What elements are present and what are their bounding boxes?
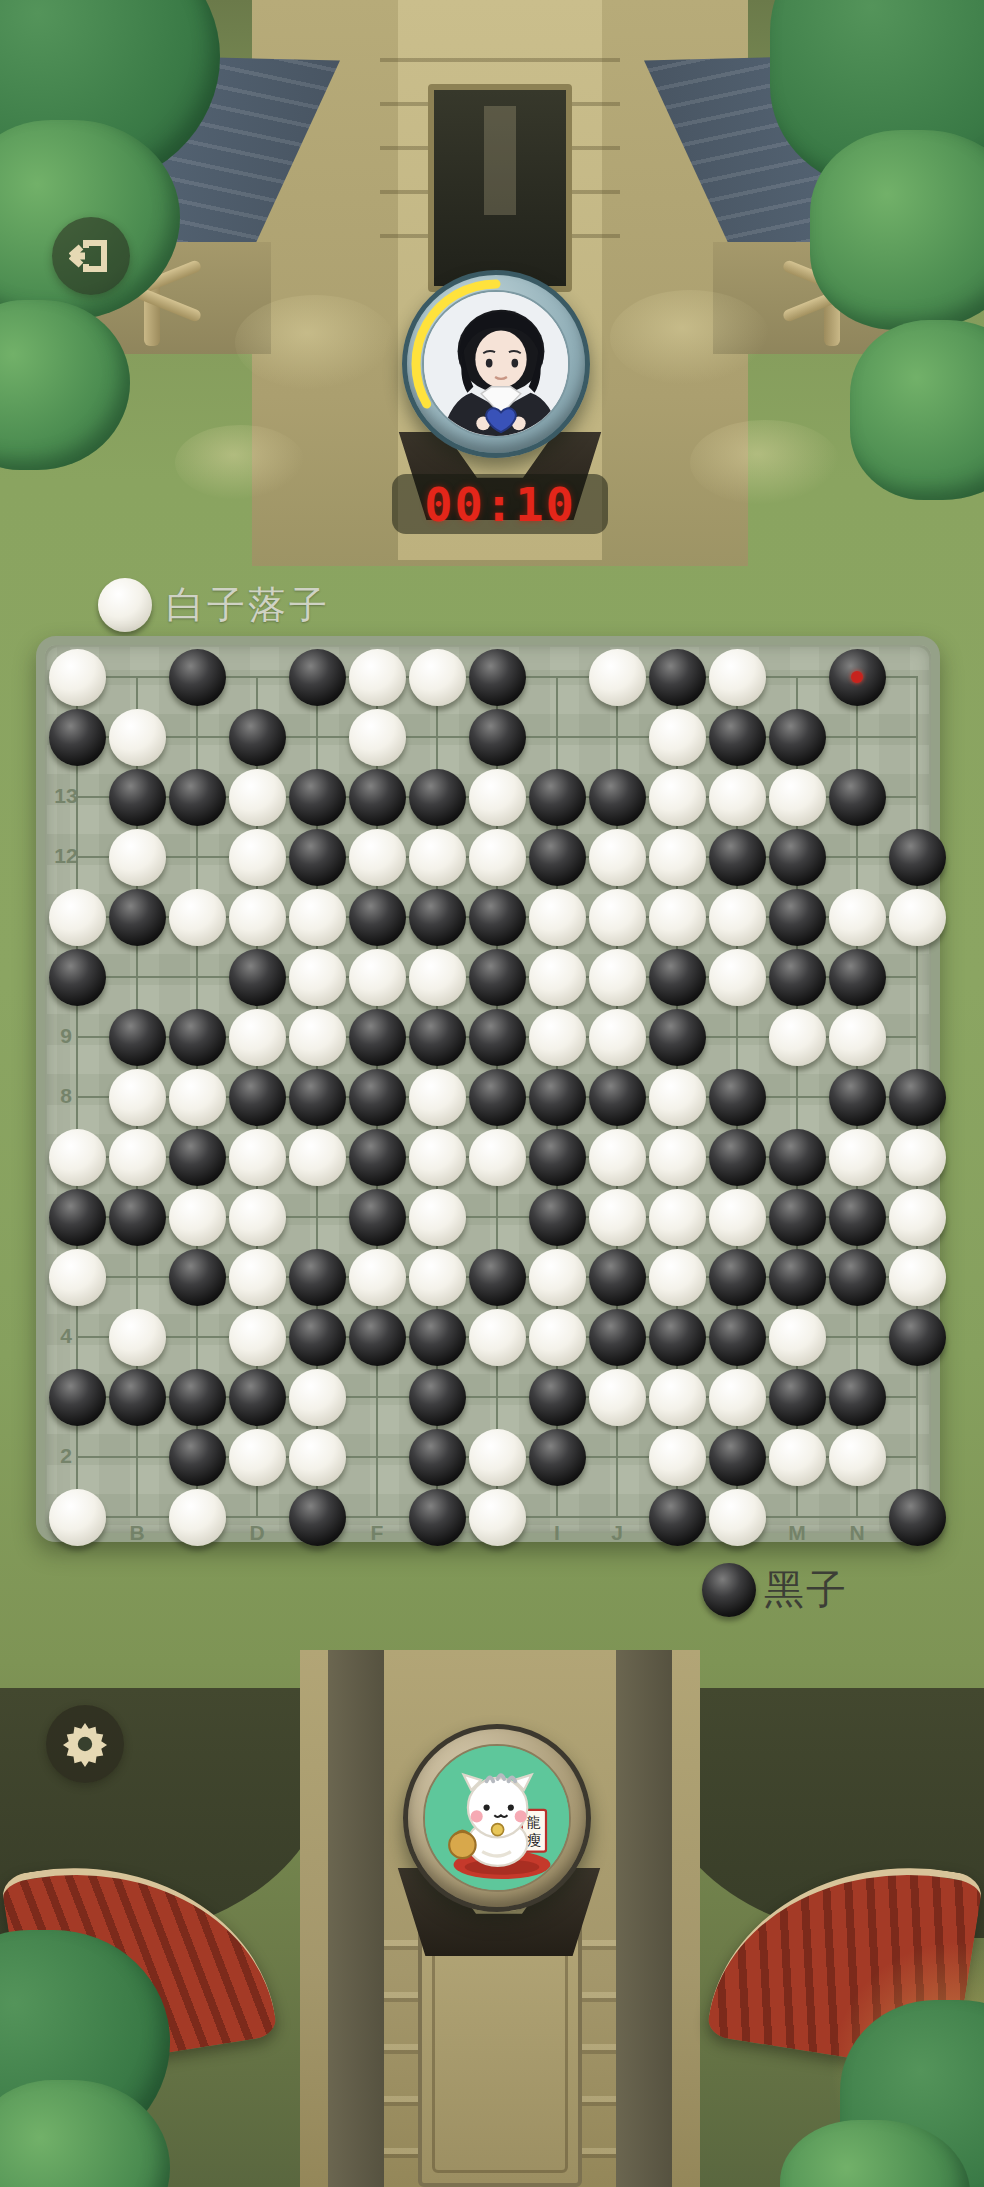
settings-button[interactable] <box>46 1705 124 1783</box>
stone-white <box>469 769 526 826</box>
stone-black <box>529 769 586 826</box>
stone-white <box>649 1129 706 1186</box>
stone-white <box>529 1309 586 1366</box>
stone-white <box>289 1369 346 1426</box>
stone-white <box>469 1489 526 1546</box>
stone-black <box>289 1249 346 1306</box>
stone-black <box>649 1309 706 1366</box>
stone-white <box>709 1369 766 1426</box>
stone-black <box>469 709 526 766</box>
stone-black <box>409 769 466 826</box>
stone-white <box>289 889 346 946</box>
stone-white <box>589 649 646 706</box>
stone-black <box>109 769 166 826</box>
stone-white <box>409 1189 466 1246</box>
stone-white <box>169 1489 226 1546</box>
stone-black <box>409 889 466 946</box>
stone-white <box>649 829 706 886</box>
stone-white <box>589 1009 646 1066</box>
stone-white <box>109 1309 166 1366</box>
stone-black <box>769 889 826 946</box>
white-stone-icon <box>98 578 152 632</box>
stone-white <box>769 1309 826 1366</box>
stone-white <box>229 1189 286 1246</box>
stone-black <box>709 1129 766 1186</box>
stone-black <box>829 649 886 706</box>
stone-white <box>649 889 706 946</box>
stone-white <box>589 1369 646 1426</box>
avatar-sign-text: 龍瘦 <box>527 1814 541 1848</box>
opponent-avatar <box>402 270 590 458</box>
stone-black <box>769 949 826 1006</box>
stone-white <box>229 1309 286 1366</box>
stone-black <box>709 709 766 766</box>
stone-white <box>49 889 106 946</box>
stone-black <box>409 1009 466 1066</box>
stone-white <box>289 1129 346 1186</box>
stone-white <box>769 769 826 826</box>
stone-black <box>649 1009 706 1066</box>
stone-white <box>469 829 526 886</box>
stone-white <box>769 1009 826 1066</box>
stone-black <box>829 1249 886 1306</box>
stone-black <box>709 1069 766 1126</box>
stone-black <box>649 949 706 1006</box>
stone-white <box>469 1129 526 1186</box>
stone-black <box>829 1369 886 1426</box>
stone-white <box>829 1129 886 1186</box>
stone-white <box>349 949 406 1006</box>
stone-white <box>649 1369 706 1426</box>
stone-black <box>289 769 346 826</box>
stone-black <box>889 829 946 886</box>
stone-black <box>529 829 586 886</box>
stone-slab <box>235 295 395 390</box>
pillar-right <box>616 1650 672 2187</box>
stone-black <box>349 1189 406 1246</box>
stone-black <box>349 1069 406 1126</box>
stone-white <box>829 1429 886 1486</box>
stone-black <box>229 949 286 1006</box>
stone-white <box>529 1009 586 1066</box>
stone-black <box>709 1429 766 1486</box>
stone-black <box>289 1069 346 1126</box>
stone-black <box>169 1249 226 1306</box>
stone-white <box>409 1249 466 1306</box>
stone-black <box>229 709 286 766</box>
stone-black <box>49 1369 106 1426</box>
stone-white <box>829 1009 886 1066</box>
stone-black <box>409 1369 466 1426</box>
stone-black <box>889 1069 946 1126</box>
stone-white <box>469 1429 526 1486</box>
stone-white <box>649 1189 706 1246</box>
stone-white <box>889 1249 946 1306</box>
stone-black <box>529 1369 586 1426</box>
stone-black <box>349 1129 406 1186</box>
stone-white <box>349 1249 406 1306</box>
stone-black <box>229 1369 286 1426</box>
stone-black <box>769 1369 826 1426</box>
stone-white <box>589 829 646 886</box>
stone-black <box>589 1309 646 1366</box>
stone-black <box>169 1009 226 1066</box>
stone-black <box>469 649 526 706</box>
stone-black <box>529 1129 586 1186</box>
stone-black <box>889 1489 946 1546</box>
stone-white <box>589 889 646 946</box>
stone-white <box>529 949 586 1006</box>
stone-black <box>349 769 406 826</box>
temple-door <box>428 84 572 292</box>
stone-white <box>469 1309 526 1366</box>
player-avatar: 龍瘦 <box>403 1724 591 1912</box>
stone-black <box>169 649 226 706</box>
stones-layer <box>45 645 931 1533</box>
foliage <box>810 130 984 330</box>
stone-white <box>169 889 226 946</box>
stone-black <box>289 1489 346 1546</box>
stone-white <box>229 829 286 886</box>
stone-black <box>709 1249 766 1306</box>
pillar-left <box>328 1650 384 2187</box>
stone-white <box>349 649 406 706</box>
stone-white <box>229 769 286 826</box>
stone-slab <box>690 420 840 505</box>
stone-white <box>229 1009 286 1066</box>
stone-black <box>529 1189 586 1246</box>
stone-white <box>529 1249 586 1306</box>
stone-white <box>109 1129 166 1186</box>
gomoku-board[interactable]: 151413121110987654321 ABCDEFGHIJKLMNO <box>36 636 940 1542</box>
black-stone-icon <box>702 1563 756 1617</box>
game-screen: 00:10 白子落子 151413121110987654321 ABCDEFG… <box>0 0 984 2187</box>
stone-white <box>649 1069 706 1126</box>
stone-white <box>349 829 406 886</box>
stone-white <box>409 1069 466 1126</box>
stone-white <box>49 649 106 706</box>
stone-white <box>409 649 466 706</box>
stone-white <box>529 889 586 946</box>
stone-black <box>409 1429 466 1486</box>
stone-black <box>469 889 526 946</box>
gear-icon <box>62 1721 108 1767</box>
stone-slab <box>175 425 305 500</box>
stone-white <box>709 949 766 1006</box>
stone-black <box>289 829 346 886</box>
stone-black <box>469 949 526 1006</box>
stone-black <box>889 1309 946 1366</box>
stone-white <box>649 709 706 766</box>
stone-white <box>709 649 766 706</box>
stone-white <box>109 1069 166 1126</box>
stone-white <box>889 889 946 946</box>
stone-black <box>49 1189 106 1246</box>
stone-white <box>409 949 466 1006</box>
stone-white <box>49 1249 106 1306</box>
stone-white <box>709 769 766 826</box>
back-exit-icon <box>69 236 113 276</box>
stone-black <box>169 1369 226 1426</box>
stone-black <box>169 1129 226 1186</box>
black-stone-label: 黑子 <box>702 1562 848 1617</box>
stone-black <box>109 1009 166 1066</box>
stone-black <box>649 1489 706 1546</box>
stone-white <box>649 769 706 826</box>
black-stone-label-text: 黑子 <box>764 1562 848 1617</box>
stone-white <box>409 1129 466 1186</box>
stone-white <box>889 1189 946 1246</box>
foliage <box>850 320 984 500</box>
stone-black <box>769 829 826 886</box>
stone-white <box>589 949 646 1006</box>
stone-white <box>409 829 466 886</box>
stone-white <box>289 1009 346 1066</box>
stone-black <box>109 1189 166 1246</box>
stone-white <box>169 1189 226 1246</box>
stone-white <box>289 949 346 1006</box>
stone-black <box>709 829 766 886</box>
stone-black <box>229 1069 286 1126</box>
stone-black <box>409 1489 466 1546</box>
player-portrait: 龍瘦 <box>423 1744 571 1892</box>
stone-white <box>169 1069 226 1126</box>
stone-black <box>829 1069 886 1126</box>
opponent-timer: 00:10 <box>392 474 608 534</box>
stone-black <box>769 1249 826 1306</box>
stone-black <box>589 1069 646 1126</box>
stone-black <box>829 949 886 1006</box>
stone-white <box>229 1249 286 1306</box>
stone-black <box>49 709 106 766</box>
stone-black <box>109 1369 166 1426</box>
stone-black <box>469 1249 526 1306</box>
stone-black <box>589 769 646 826</box>
stone-black <box>49 949 106 1006</box>
stone-black <box>829 1189 886 1246</box>
turn-indicator-text: 白子落子 <box>166 580 330 631</box>
stone-white <box>49 1129 106 1186</box>
stone-black <box>589 1249 646 1306</box>
timer-value: 00:10 <box>424 477 575 532</box>
last-move-marker <box>851 671 863 683</box>
stone-black <box>169 769 226 826</box>
stone-white <box>109 709 166 766</box>
stone-slab <box>610 290 770 385</box>
stone-black <box>289 649 346 706</box>
stone-black <box>529 1429 586 1486</box>
stone-white <box>109 829 166 886</box>
stone-white <box>889 1129 946 1186</box>
stone-black <box>709 1309 766 1366</box>
stone-black <box>829 769 886 826</box>
turn-indicator: 白子落子 <box>98 578 330 632</box>
stone-black <box>349 889 406 946</box>
stone-white <box>349 709 406 766</box>
stone-black <box>289 1309 346 1366</box>
stone-white <box>289 1429 346 1486</box>
stone-black <box>109 889 166 946</box>
stone-white <box>649 1429 706 1486</box>
stone-white <box>829 889 886 946</box>
stone-white <box>709 889 766 946</box>
stone-white <box>229 1429 286 1486</box>
stone-white <box>49 1489 106 1546</box>
stone-black <box>409 1309 466 1366</box>
stone-black <box>469 1069 526 1126</box>
stone-black <box>349 1309 406 1366</box>
back-button[interactable] <box>52 217 130 295</box>
stone-white <box>769 1429 826 1486</box>
stone-black <box>469 1009 526 1066</box>
stone-white <box>709 1489 766 1546</box>
stone-white <box>229 889 286 946</box>
time-ring <box>402 270 590 458</box>
stone-white <box>649 1249 706 1306</box>
stone-white <box>589 1189 646 1246</box>
stone-black <box>349 1009 406 1066</box>
stone-white <box>709 1189 766 1246</box>
stone-white <box>589 1129 646 1186</box>
stone-white <box>229 1129 286 1186</box>
stone-black <box>529 1069 586 1126</box>
stone-black <box>769 1129 826 1186</box>
stone-black <box>769 1189 826 1246</box>
stone-black <box>169 1429 226 1486</box>
stone-black <box>769 709 826 766</box>
stone-black <box>649 649 706 706</box>
